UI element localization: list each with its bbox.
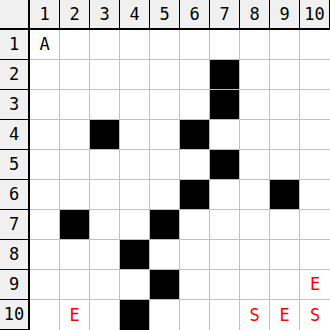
cell-r7-c4[interactable] (120, 210, 150, 240)
cell-r4-c1[interactable] (30, 120, 60, 150)
cell-r1-c9[interactable] (270, 30, 300, 60)
cell-r10-c3[interactable] (90, 300, 120, 330)
col-header-4: 4 (120, 0, 150, 30)
cell-r9-c7[interactable] (210, 270, 240, 300)
cell-r10-c5[interactable] (150, 300, 180, 330)
cell-r6-c10[interactable] (300, 180, 330, 210)
cell-r7-c6[interactable] (180, 210, 210, 240)
wall-cell-r5-c7[interactable] (210, 150, 240, 180)
cell-r10-c1[interactable] (30, 300, 60, 330)
cell-r2-c9[interactable] (270, 60, 300, 90)
cell-r8-c8[interactable] (240, 240, 270, 270)
cell-r3-c4[interactable] (120, 90, 150, 120)
letter-E-cell-r10-c2[interactable]: E (60, 300, 90, 330)
cell-r7-c10[interactable] (300, 210, 330, 240)
cell-r5-c2[interactable] (60, 150, 90, 180)
cell-r7-c9[interactable] (270, 210, 300, 240)
letter-S-cell-r10-c10[interactable]: S (300, 300, 330, 330)
row-header-4: 4 (0, 120, 30, 150)
cell-r4-c2[interactable] (60, 120, 90, 150)
cell-r1-c4[interactable] (120, 30, 150, 60)
cell-r6-c4[interactable] (120, 180, 150, 210)
col-header-8: 8 (240, 0, 270, 30)
cell-r8-c2[interactable] (60, 240, 90, 270)
puzzle-board: 123456789101A23456789E10ESES (0, 0, 330, 330)
cell-r9-c8[interactable] (240, 270, 270, 300)
cell-r7-c1[interactable] (30, 210, 60, 240)
cell-r1-c7[interactable] (210, 30, 240, 60)
cell-r1-c3[interactable] (90, 30, 120, 60)
letter-S-cell-r10-c8[interactable]: S (240, 300, 270, 330)
row-header-2: 2 (0, 60, 30, 90)
cell-r2-c4[interactable] (120, 60, 150, 90)
cell-r8-c5[interactable] (150, 240, 180, 270)
cell-r8-c3[interactable] (90, 240, 120, 270)
cell-r2-c6[interactable] (180, 60, 210, 90)
cell-r9-c4[interactable] (120, 270, 150, 300)
cell-r6-c7[interactable] (210, 180, 240, 210)
cell-r6-c5[interactable] (150, 180, 180, 210)
col-header-5: 5 (150, 0, 180, 30)
cell-r4-c5[interactable] (150, 120, 180, 150)
cell-r5-c3[interactable] (90, 150, 120, 180)
cell-r5-c10[interactable] (300, 150, 330, 180)
cell-r4-c7[interactable] (210, 120, 240, 150)
cell-r3-c5[interactable] (150, 90, 180, 120)
letter-E-cell-r9-c10[interactable]: E (300, 270, 330, 300)
letter-E-cell-r10-c9[interactable]: E (270, 300, 300, 330)
col-header-3: 3 (90, 0, 120, 30)
cell-r2-c8[interactable] (240, 60, 270, 90)
col-header-1: 1 (30, 0, 60, 30)
row-header-10: 10 (0, 300, 30, 330)
wall-cell-r7-c5[interactable] (150, 210, 180, 240)
col-header-2: 2 (60, 0, 90, 30)
cell-r2-c3[interactable] (90, 60, 120, 90)
row-header-8: 8 (0, 240, 30, 270)
cell-r1-c10[interactable] (300, 30, 330, 60)
cell-r1-c5[interactable] (150, 30, 180, 60)
row-header-1: 1 (0, 30, 30, 60)
cell-r5-c6[interactable] (180, 150, 210, 180)
cell-r8-c1[interactable] (30, 240, 60, 270)
cell-r4-c9[interactable] (270, 120, 300, 150)
cell-r9-c2[interactable] (60, 270, 90, 300)
cell-r3-c2[interactable] (60, 90, 90, 120)
cell-r3-c10[interactable] (300, 90, 330, 120)
cell-r4-c10[interactable] (300, 120, 330, 150)
cell-r1-c6[interactable] (180, 30, 210, 60)
cell-r8-c6[interactable] (180, 240, 210, 270)
cell-r5-c8[interactable] (240, 150, 270, 180)
wall-cell-r6-c6[interactable] (180, 180, 210, 210)
cell-r6-c3[interactable] (90, 180, 120, 210)
cell-r9-c1[interactable] (30, 270, 60, 300)
cell-r2-c1[interactable] (30, 60, 60, 90)
cell-r8-c7[interactable] (210, 240, 240, 270)
letter-A-cell-r1-c1[interactable]: A (30, 30, 60, 60)
row-header-7: 7 (0, 210, 30, 240)
cell-r7-c7[interactable] (210, 210, 240, 240)
cell-r3-c1[interactable] (30, 90, 60, 120)
cell-r9-c3[interactable] (90, 270, 120, 300)
cell-r4-c4[interactable] (120, 120, 150, 150)
cell-r9-c6[interactable] (180, 270, 210, 300)
wall-cell-r4-c3[interactable] (90, 120, 120, 150)
wall-cell-r8-c4[interactable] (120, 240, 150, 270)
cell-r10-c7[interactable] (210, 300, 240, 330)
cell-r4-c8[interactable] (240, 120, 270, 150)
cell-r7-c3[interactable] (90, 210, 120, 240)
col-header-10: 10 (300, 0, 330, 30)
row-header-5: 5 (0, 150, 30, 180)
row-header-6: 6 (0, 180, 30, 210)
wall-cell-r9-c5[interactable] (150, 270, 180, 300)
cell-r3-c8[interactable] (240, 90, 270, 120)
cell-r5-c5[interactable] (150, 150, 180, 180)
cell-r2-c10[interactable] (300, 60, 330, 90)
cell-r6-c1[interactable] (30, 180, 60, 210)
cell-r6-c2[interactable] (60, 180, 90, 210)
cell-r6-c8[interactable] (240, 180, 270, 210)
cell-r3-c9[interactable] (270, 90, 300, 120)
col-header-9: 9 (270, 0, 300, 30)
wall-cell-r4-c6[interactable] (180, 120, 210, 150)
wall-cell-r2-c7[interactable] (210, 60, 240, 90)
cell-r10-c6[interactable] (180, 300, 210, 330)
cell-r2-c2[interactable] (60, 60, 90, 90)
cell-r1-c2[interactable] (60, 30, 90, 60)
wall-cell-r3-c7[interactable] (210, 90, 240, 120)
wall-cell-r7-c2[interactable] (60, 210, 90, 240)
cell-r5-c9[interactable] (270, 150, 300, 180)
cell-r3-c3[interactable] (90, 90, 120, 120)
cell-r1-c8[interactable] (240, 30, 270, 60)
cell-r8-c9[interactable] (270, 240, 300, 270)
col-header-7: 7 (210, 0, 240, 30)
wall-cell-r6-c9[interactable] (270, 180, 300, 210)
cell-r5-c1[interactable] (30, 150, 60, 180)
cell-r3-c6[interactable] (180, 90, 210, 120)
cell-r2-c5[interactable] (150, 60, 180, 90)
cell-r9-c9[interactable] (270, 270, 300, 300)
cell-r5-c4[interactable] (120, 150, 150, 180)
wall-cell-r10-c4[interactable] (120, 300, 150, 330)
cell-r8-c10[interactable] (300, 240, 330, 270)
col-header-6: 6 (180, 0, 210, 30)
row-header-3: 3 (0, 90, 30, 120)
cell-r7-c8[interactable] (240, 210, 270, 240)
row-header-9: 9 (0, 270, 30, 300)
corner-header-cell (0, 0, 30, 30)
